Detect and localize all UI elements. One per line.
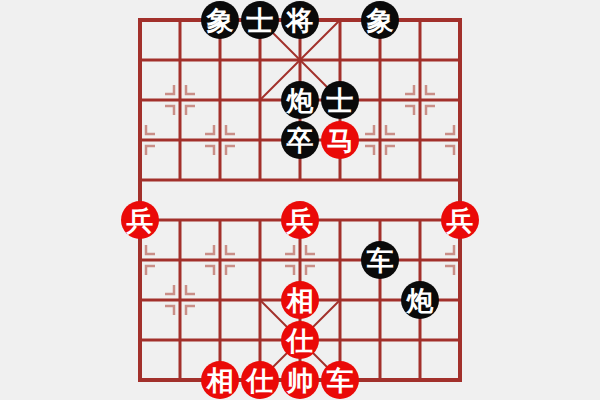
piece-black-advisor[interactable]: 士	[321, 81, 359, 119]
piece-red-horse[interactable]: 马	[321, 121, 359, 159]
piece-red-elephant[interactable]: 相	[281, 281, 319, 319]
piece-red-chariot[interactable]: 车	[321, 361, 359, 399]
piece-red-soldier[interactable]: 兵	[121, 201, 159, 239]
piece-black-general[interactable]: 将	[281, 1, 319, 39]
xiangqi-board[interactable]: 象士将象炮士卒马兵兵兵车相炮仕相仕帅车	[0, 0, 600, 400]
piece-black-advisor[interactable]: 士	[241, 1, 279, 39]
piece-red-soldier[interactable]: 兵	[281, 201, 319, 239]
piece-black-elephant[interactable]: 象	[201, 1, 239, 39]
piece-black-cannon[interactable]: 炮	[281, 81, 319, 119]
piece-red-soldier[interactable]: 兵	[441, 201, 479, 239]
piece-red-general[interactable]: 帅	[281, 361, 319, 399]
piece-red-elephant[interactable]: 相	[201, 361, 239, 399]
piece-black-chariot[interactable]: 车	[361, 241, 399, 279]
piece-red-advisor[interactable]: 仕	[281, 321, 319, 359]
piece-red-advisor[interactable]: 仕	[241, 361, 279, 399]
piece-black-soldier[interactable]: 卒	[281, 121, 319, 159]
pieces-layer: 象士将象炮士卒马兵兵兵车相炮仕相仕帅车	[0, 0, 600, 400]
piece-black-cannon[interactable]: 炮	[401, 281, 439, 319]
piece-black-elephant[interactable]: 象	[361, 1, 399, 39]
page-background: 象士将象炮士卒马兵兵兵车相炮仕相仕帅车	[0, 0, 600, 400]
